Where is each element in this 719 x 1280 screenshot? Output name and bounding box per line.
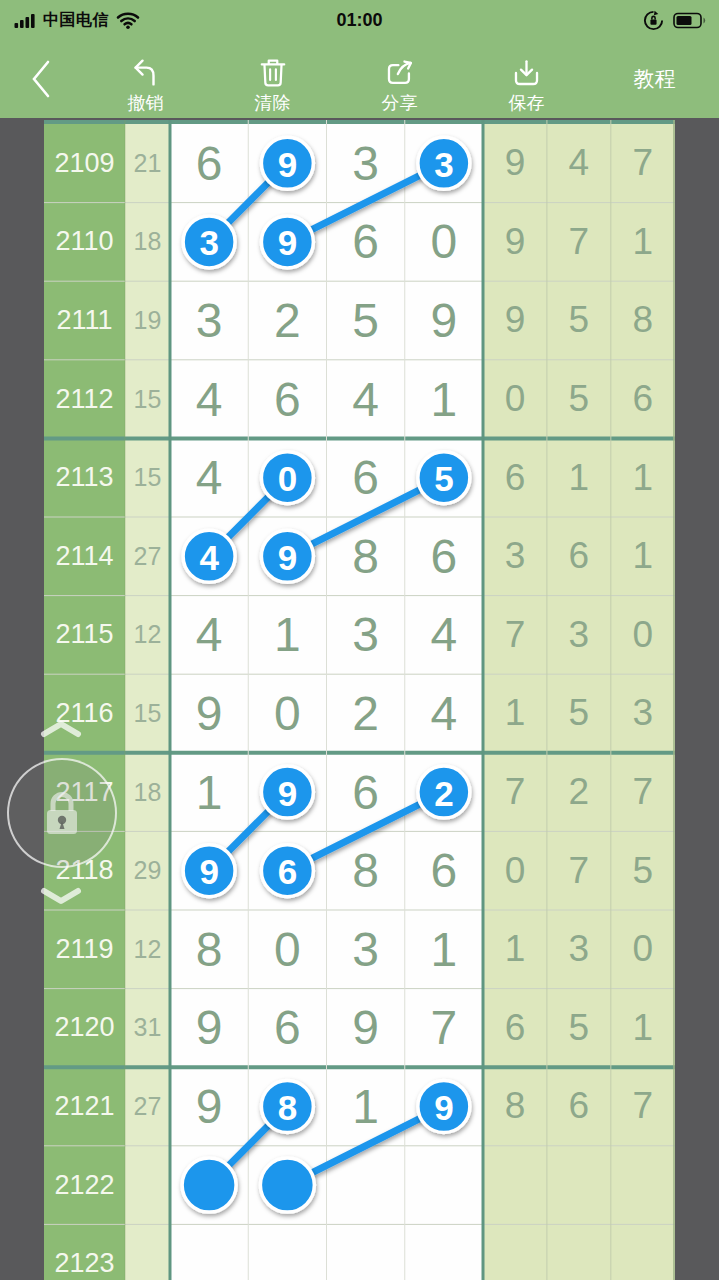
annotation-circle-digit: 6	[278, 852, 297, 891]
share-label: 分享	[382, 94, 418, 112]
annotation-circle[interactable]: 5	[418, 452, 470, 504]
save-label: 保存	[509, 94, 545, 112]
rotation-lock-icon	[642, 9, 665, 32]
annotation-circle[interactable]: 9	[261, 530, 313, 582]
chart-area: 2109216933947211018396097121111932599582…	[0, 118, 719, 1280]
undo-label: 撤销	[128, 94, 164, 112]
carrier-label: 中国电信	[43, 10, 109, 31]
lock-icon	[39, 789, 85, 837]
undo-button[interactable]: 撤销	[82, 40, 209, 118]
annotation-circle-digit: 9	[278, 223, 297, 262]
chevron-down-icon[interactable]	[39, 886, 83, 906]
annotation-circle-digit: 2	[434, 774, 453, 813]
annotation-circle[interactable]: 2	[418, 766, 470, 818]
back-button[interactable]	[0, 40, 82, 118]
clear-label: 清除	[255, 94, 291, 112]
annotation-circle-digit: 3	[434, 145, 453, 184]
annotation-layer: 93390549929689	[44, 120, 675, 1280]
tutorial-button[interactable]: 教程	[590, 40, 719, 118]
annotation-circle[interactable]: 0	[261, 452, 313, 504]
trend-chart-board[interactable]: 2109216933947211018396097121111932599582…	[44, 120, 675, 1280]
save-button[interactable]: 保存	[463, 40, 590, 118]
annotation-circle[interactable]: 9	[261, 137, 313, 189]
wifi-icon	[116, 11, 140, 29]
battery-icon	[673, 12, 709, 29]
status-bar: 中国电信 01:00	[0, 0, 719, 40]
signal-bars-icon	[14, 13, 36, 28]
annotation-circle-digit: 9	[278, 145, 297, 184]
chevron-left-icon	[28, 58, 54, 100]
lock-button[interactable]	[7, 758, 117, 868]
toolbar: 撤销 清除 分享 保存	[0, 40, 719, 118]
lottery-trend-app-screen: 中国电信 01:00	[0, 0, 719, 1280]
trash-icon	[258, 57, 288, 89]
share-icon	[384, 58, 415, 89]
annotation-circle-digit: 5	[434, 459, 453, 498]
annotation-circle-digit: 8	[278, 1088, 297, 1127]
annotation-filled-circle[interactable]	[182, 1158, 236, 1212]
annotation-circle-digit: 9	[278, 538, 297, 577]
annotation-circle[interactable]: 9	[261, 216, 313, 268]
annotation-circle[interactable]: 9	[261, 766, 313, 818]
annotation-circle-digit: 4	[199, 538, 219, 577]
clear-button[interactable]: 清除	[209, 40, 336, 118]
undo-icon	[131, 59, 161, 89]
annotation-circle[interactable]: 4	[183, 530, 235, 582]
annotation-circle-digit: 9	[199, 852, 218, 891]
annotation-circle[interactable]: 8	[261, 1081, 313, 1133]
annotation-circle-digit: 0	[278, 459, 297, 498]
annotation-circle-digit: 3	[199, 223, 218, 262]
annotation-circle[interactable]: 9	[418, 1081, 470, 1133]
clock-time: 01:00	[336, 0, 382, 40]
annotation-circle[interactable]: 9	[183, 845, 235, 897]
annotation-filled-circle[interactable]	[260, 1158, 314, 1212]
annotation-circle[interactable]: 6	[261, 845, 313, 897]
annotation-circle-digit: 9	[434, 1088, 453, 1127]
save-icon	[511, 58, 542, 89]
annotation-circle-digit: 9	[278, 774, 297, 813]
chevron-up-icon[interactable]	[39, 719, 83, 739]
annotation-circle[interactable]: 3	[418, 137, 470, 189]
annotation-circle[interactable]: 3	[183, 216, 235, 268]
share-button[interactable]: 分享	[336, 40, 463, 118]
